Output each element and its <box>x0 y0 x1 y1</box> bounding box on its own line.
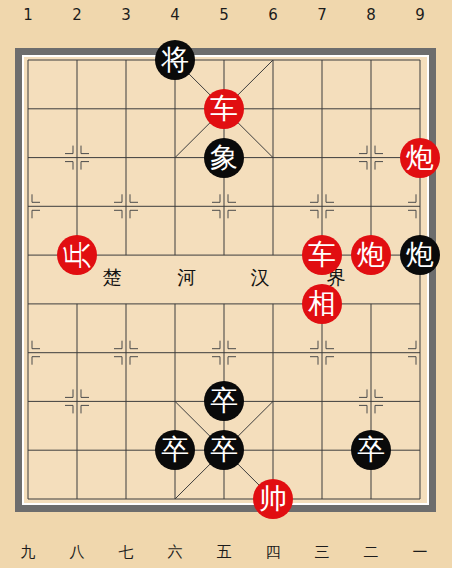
piece-black-soldier[interactable]: 卒 <box>155 430 195 470</box>
piece-red-cannon[interactable]: 炮 <box>400 138 440 178</box>
file-label-bottom-1: 九 <box>4 540 53 564</box>
piece-glyph: 卒 <box>210 387 238 415</box>
xiangqi-board-app: 123456789 楚 河 汉 界 将车象炮兵车炮炮相卒卒卒卒帅 九八七六五四三… <box>0 0 452 568</box>
file-label-top-3: 3 <box>102 3 151 27</box>
file-label-bottom-4: 六 <box>151 540 200 564</box>
piece-glyph: 将 <box>161 46 189 74</box>
piece-red-soldier[interactable]: 兵 <box>57 235 97 275</box>
file-label-top-6: 6 <box>249 3 298 27</box>
piece-red-cannon[interactable]: 炮 <box>351 235 391 275</box>
piece-glyph: 炮 <box>406 144 434 172</box>
file-label-top-1: 1 <box>4 3 53 27</box>
piece-red-general[interactable]: 帅 <box>253 479 293 519</box>
file-labels-top: 123456789 <box>4 3 445 27</box>
piece-glyph: 帅 <box>259 485 287 513</box>
piece-red-chariot[interactable]: 车 <box>302 235 342 275</box>
piece-glyph: 炮 <box>406 241 434 269</box>
pieces-grid: 将车象炮兵车炮炮相卒卒卒卒帅 <box>4 36 445 524</box>
file-labels-bottom: 九八七六五四三二一 <box>4 540 445 564</box>
file-label-top-2: 2 <box>53 3 102 27</box>
file-label-top-4: 4 <box>151 3 200 27</box>
piece-glyph: 兵 <box>63 241 91 269</box>
file-label-bottom-2: 八 <box>53 540 102 564</box>
file-label-bottom-7: 三 <box>298 540 347 564</box>
piece-glyph: 卒 <box>161 436 189 464</box>
piece-black-elephant[interactable]: 象 <box>204 138 244 178</box>
piece-glyph: 炮 <box>357 241 385 269</box>
file-label-bottom-5: 五 <box>200 540 249 564</box>
piece-glyph: 象 <box>210 144 238 172</box>
piece-black-soldier[interactable]: 卒 <box>351 430 391 470</box>
piece-glyph: 卒 <box>357 436 385 464</box>
file-label-bottom-6: 四 <box>249 540 298 564</box>
piece-black-cannon[interactable]: 炮 <box>400 235 440 275</box>
piece-black-soldier[interactable]: 卒 <box>204 381 244 421</box>
file-label-top-9: 9 <box>396 3 445 27</box>
piece-glyph: 卒 <box>210 436 238 464</box>
file-label-top-8: 8 <box>347 3 396 27</box>
piece-red-elephant[interactable]: 相 <box>302 284 342 324</box>
file-label-top-5: 5 <box>200 3 249 27</box>
piece-red-chariot[interactable]: 车 <box>204 89 244 129</box>
file-label-bottom-9: 一 <box>396 540 445 564</box>
file-label-bottom-8: 二 <box>347 540 396 564</box>
piece-glyph: 相 <box>308 290 336 318</box>
file-label-bottom-3: 七 <box>102 540 151 564</box>
file-label-top-7: 7 <box>298 3 347 27</box>
piece-glyph: 车 <box>308 241 336 269</box>
piece-glyph: 车 <box>210 95 238 123</box>
piece-black-general[interactable]: 将 <box>155 40 195 80</box>
piece-black-soldier[interactable]: 卒 <box>204 430 244 470</box>
